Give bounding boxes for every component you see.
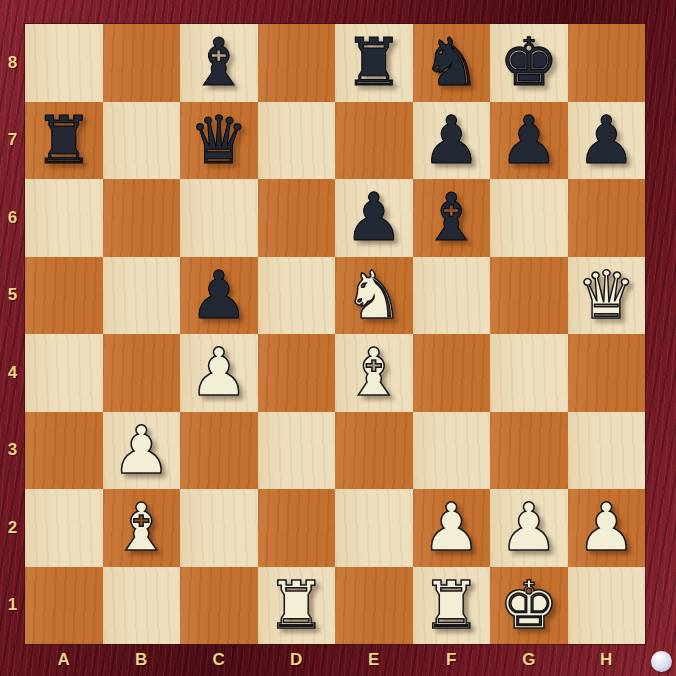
rank-label-6: 6 xyxy=(0,179,25,257)
chess-board: ♝♜♞♚♜♛♟♟♟♟♝♟♞♛♟♝♟♝♟♟♟♜♜♚ xyxy=(25,24,645,644)
file-label-b: B xyxy=(103,644,181,676)
white-pawn-f2[interactable]: ♟ xyxy=(422,489,481,566)
white-king-g1[interactable]: ♚ xyxy=(499,567,558,644)
file-label-c: C xyxy=(180,644,258,676)
square-c3[interactable] xyxy=(180,412,258,490)
white-to-move-indicator-icon xyxy=(651,651,672,672)
square-f7[interactable]: ♟ xyxy=(413,102,491,180)
board-frame: 87654321 ABCDEFGH ♝♜♞♚♜♛♟♟♟♟♝♟♞♛♟♝♟♝♟♟♟♜… xyxy=(0,0,676,676)
square-h5[interactable]: ♛ xyxy=(568,257,646,335)
square-h1[interactable] xyxy=(568,567,646,645)
square-a6[interactable] xyxy=(25,179,103,257)
rank-label-1: 1 xyxy=(0,567,25,645)
square-a5[interactable] xyxy=(25,257,103,335)
square-e6[interactable]: ♟ xyxy=(335,179,413,257)
square-a3[interactable] xyxy=(25,412,103,490)
square-d7[interactable] xyxy=(258,102,336,180)
white-knight-e5[interactable]: ♞ xyxy=(344,257,403,334)
square-h2[interactable]: ♟ xyxy=(568,489,646,567)
black-pawn-f7[interactable]: ♟ xyxy=(422,102,481,179)
rank-label-2: 2 xyxy=(0,489,25,567)
square-g3[interactable] xyxy=(490,412,568,490)
white-rook-d1[interactable]: ♜ xyxy=(267,567,326,644)
square-g5[interactable] xyxy=(490,257,568,335)
square-g7[interactable]: ♟ xyxy=(490,102,568,180)
square-a2[interactable] xyxy=(25,489,103,567)
square-g1[interactable]: ♚ xyxy=(490,567,568,645)
square-d5[interactable] xyxy=(258,257,336,335)
square-d2[interactable] xyxy=(258,489,336,567)
square-b4[interactable] xyxy=(103,334,181,412)
square-c7[interactable]: ♛ xyxy=(180,102,258,180)
file-label-d: D xyxy=(258,644,336,676)
square-b1[interactable] xyxy=(103,567,181,645)
rank-labels: 87654321 xyxy=(0,24,25,644)
white-pawn-g2[interactable]: ♟ xyxy=(499,489,558,566)
square-f4[interactable] xyxy=(413,334,491,412)
square-f1[interactable]: ♜ xyxy=(413,567,491,645)
square-d6[interactable] xyxy=(258,179,336,257)
file-labels: ABCDEFGH xyxy=(25,644,645,676)
square-b3[interactable]: ♟ xyxy=(103,412,181,490)
square-b8[interactable] xyxy=(103,24,181,102)
black-pawn-c5[interactable]: ♟ xyxy=(189,257,248,334)
file-label-f: F xyxy=(413,644,491,676)
square-b6[interactable] xyxy=(103,179,181,257)
file-label-h: H xyxy=(568,644,646,676)
square-c5[interactable]: ♟ xyxy=(180,257,258,335)
black-pawn-g7[interactable]: ♟ xyxy=(499,102,558,179)
square-d1[interactable]: ♜ xyxy=(258,567,336,645)
square-b5[interactable] xyxy=(103,257,181,335)
square-a4[interactable] xyxy=(25,334,103,412)
square-e3[interactable] xyxy=(335,412,413,490)
black-knight-f8[interactable]: ♞ xyxy=(422,24,481,101)
square-f3[interactable] xyxy=(413,412,491,490)
rank-label-4: 4 xyxy=(0,334,25,412)
square-b2[interactable]: ♝ xyxy=(103,489,181,567)
rank-label-7: 7 xyxy=(0,102,25,180)
file-label-g: G xyxy=(490,644,568,676)
square-e4[interactable]: ♝ xyxy=(335,334,413,412)
black-pawn-e6[interactable]: ♟ xyxy=(344,179,403,256)
file-label-e: E xyxy=(335,644,413,676)
square-d4[interactable] xyxy=(258,334,336,412)
square-f8[interactable]: ♞ xyxy=(413,24,491,102)
file-label-a: A xyxy=(25,644,103,676)
square-c8[interactable]: ♝ xyxy=(180,24,258,102)
square-c2[interactable] xyxy=(180,489,258,567)
black-rook-a7[interactable]: ♜ xyxy=(34,102,93,179)
square-d8[interactable] xyxy=(258,24,336,102)
square-g2[interactable]: ♟ xyxy=(490,489,568,567)
square-h3[interactable] xyxy=(568,412,646,490)
white-bishop-e4[interactable]: ♝ xyxy=(344,334,403,411)
square-f6[interactable]: ♝ xyxy=(413,179,491,257)
white-rook-f1[interactable]: ♜ xyxy=(422,567,481,644)
square-e8[interactable]: ♜ xyxy=(335,24,413,102)
square-g6[interactable] xyxy=(490,179,568,257)
square-e2[interactable] xyxy=(335,489,413,567)
square-c1[interactable] xyxy=(180,567,258,645)
rank-label-5: 5 xyxy=(0,257,25,335)
square-f2[interactable]: ♟ xyxy=(413,489,491,567)
square-f5[interactable] xyxy=(413,257,491,335)
white-pawn-c4[interactable]: ♟ xyxy=(189,334,248,411)
white-pawn-h2[interactable]: ♟ xyxy=(577,489,636,566)
square-c6[interactable] xyxy=(180,179,258,257)
square-d3[interactable] xyxy=(258,412,336,490)
square-a1[interactable] xyxy=(25,567,103,645)
square-h8[interactable] xyxy=(568,24,646,102)
square-c4[interactable]: ♟ xyxy=(180,334,258,412)
rank-label-8: 8 xyxy=(0,24,25,102)
black-king-g8[interactable]: ♚ xyxy=(499,24,558,101)
white-pawn-b3[interactable]: ♟ xyxy=(112,412,171,489)
black-pawn-h7[interactable]: ♟ xyxy=(577,102,636,179)
rank-label-3: 3 xyxy=(0,412,25,490)
square-g8[interactable]: ♚ xyxy=(490,24,568,102)
black-rook-e8[interactable]: ♜ xyxy=(344,24,403,101)
square-e7[interactable] xyxy=(335,102,413,180)
square-e5[interactable]: ♞ xyxy=(335,257,413,335)
square-g4[interactable] xyxy=(490,334,568,412)
square-a8[interactable] xyxy=(25,24,103,102)
white-queen-h5[interactable]: ♛ xyxy=(577,257,636,334)
square-a7[interactable]: ♜ xyxy=(25,102,103,180)
black-bishop-c8[interactable]: ♝ xyxy=(189,24,248,101)
black-queen-c7[interactable]: ♛ xyxy=(189,102,248,179)
square-b7[interactable] xyxy=(103,102,181,180)
square-e1[interactable] xyxy=(335,567,413,645)
square-h7[interactable]: ♟ xyxy=(568,102,646,180)
square-h4[interactable] xyxy=(568,334,646,412)
square-h6[interactable] xyxy=(568,179,646,257)
white-bishop-b2[interactable]: ♝ xyxy=(112,489,171,566)
black-bishop-f6[interactable]: ♝ xyxy=(422,179,481,256)
